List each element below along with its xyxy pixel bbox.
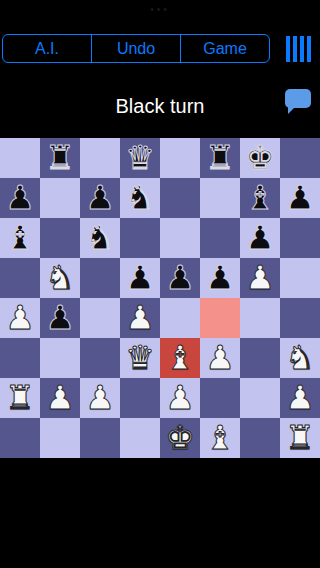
- turn-status-label: Black turn: [0, 95, 320, 118]
- square-d1[interactable]: [120, 418, 160, 458]
- square-a5[interactable]: [0, 258, 40, 298]
- square-h7[interactable]: ♟: [280, 178, 320, 218]
- piece-black-pawn: ♟: [85, 178, 115, 218]
- square-d6[interactable]: [120, 218, 160, 258]
- status-bar-remnant: •••: [0, 4, 320, 15]
- piece-white-pawn: ♟: [205, 338, 235, 378]
- piece-white-queen: ♛: [125, 338, 155, 378]
- square-c8[interactable]: [80, 138, 120, 178]
- chess-board: ♜♛♜♚♟♟♞♝♟♝♞♟♞♟♟♟♟♟♟♟♛♝♟♞♜♟♟♟♟♚♝♜: [0, 138, 320, 458]
- square-c1[interactable]: [80, 418, 120, 458]
- piece-white-pawn: ♟: [285, 378, 315, 418]
- square-h5[interactable]: [280, 258, 320, 298]
- square-c2[interactable]: ♟: [80, 378, 120, 418]
- square-g5[interactable]: ♟: [240, 258, 280, 298]
- piece-white-knight: ♞: [45, 258, 75, 298]
- square-a7[interactable]: ♟: [0, 178, 40, 218]
- square-f6[interactable]: [200, 218, 240, 258]
- square-a6[interactable]: ♝: [0, 218, 40, 258]
- square-e5[interactable]: ♟: [160, 258, 200, 298]
- square-e7[interactable]: [160, 178, 200, 218]
- square-h4[interactable]: [280, 298, 320, 338]
- square-f8[interactable]: ♜: [200, 138, 240, 178]
- piece-black-pawn: ♟: [45, 298, 75, 338]
- piece-black-king: ♚: [245, 138, 275, 178]
- piece-white-king: ♚: [165, 418, 195, 458]
- square-g8[interactable]: ♚: [240, 138, 280, 178]
- square-b7[interactable]: [40, 178, 80, 218]
- square-a4[interactable]: ♟: [0, 298, 40, 338]
- piece-black-pawn: ♟: [285, 178, 315, 218]
- square-d2[interactable]: [120, 378, 160, 418]
- square-b1[interactable]: [40, 418, 80, 458]
- piece-black-bishop: ♝: [245, 178, 275, 218]
- square-b6[interactable]: [40, 218, 80, 258]
- square-c4[interactable]: [80, 298, 120, 338]
- square-g7[interactable]: ♝: [240, 178, 280, 218]
- square-g2[interactable]: [240, 378, 280, 418]
- square-h2[interactable]: ♟: [280, 378, 320, 418]
- piece-black-knight: ♞: [125, 178, 155, 218]
- square-f3[interactable]: ♟: [200, 338, 240, 378]
- chess-app-screen: ••• A.I. Undo Game Black turn ♜♛♜♚♟♟♞♝♟♝…: [0, 0, 320, 568]
- square-f4[interactable]: [200, 298, 240, 338]
- piece-white-pawn: ♟: [85, 378, 115, 418]
- square-d4[interactable]: ♟: [120, 298, 160, 338]
- square-f7[interactable]: [200, 178, 240, 218]
- ai-button[interactable]: A.I.: [3, 35, 91, 62]
- piece-white-pawn: ♟: [245, 258, 275, 298]
- square-e1[interactable]: ♚: [160, 418, 200, 458]
- square-e6[interactable]: [160, 218, 200, 258]
- square-b5[interactable]: ♞: [40, 258, 80, 298]
- square-g1[interactable]: [240, 418, 280, 458]
- piece-white-pawn: ♟: [5, 298, 35, 338]
- toolbar-segmented-control: A.I. Undo Game: [2, 34, 270, 63]
- bar-4: [307, 36, 311, 62]
- piece-white-knight: ♞: [285, 338, 315, 378]
- square-b4[interactable]: ♟: [40, 298, 80, 338]
- bar-1: [286, 36, 290, 62]
- square-b8[interactable]: ♜: [40, 138, 80, 178]
- piece-white-pawn: ♟: [165, 378, 195, 418]
- menu-bars-icon[interactable]: [286, 36, 311, 62]
- piece-white-bishop: ♝: [205, 418, 235, 458]
- piece-white-pawn: ♟: [125, 298, 155, 338]
- square-e8[interactable]: [160, 138, 200, 178]
- chat-bubble-icon[interactable]: [285, 89, 311, 108]
- square-b3[interactable]: [40, 338, 80, 378]
- square-h1[interactable]: ♜: [280, 418, 320, 458]
- game-button[interactable]: Game: [180, 35, 269, 62]
- square-h8[interactable]: [280, 138, 320, 178]
- bar-3: [300, 36, 304, 62]
- square-e2[interactable]: ♟: [160, 378, 200, 418]
- square-g3[interactable]: [240, 338, 280, 378]
- square-d3[interactable]: ♛: [120, 338, 160, 378]
- square-a1[interactable]: [0, 418, 40, 458]
- piece-black-queen: ♛: [125, 138, 155, 178]
- square-f5[interactable]: ♟: [200, 258, 240, 298]
- undo-button[interactable]: Undo: [91, 35, 180, 62]
- square-a8[interactable]: [0, 138, 40, 178]
- square-h3[interactable]: ♞: [280, 338, 320, 378]
- square-a3[interactable]: [0, 338, 40, 378]
- square-c7[interactable]: ♟: [80, 178, 120, 218]
- piece-white-pawn: ♟: [45, 378, 75, 418]
- piece-white-rook: ♜: [5, 378, 35, 418]
- square-a2[interactable]: ♜: [0, 378, 40, 418]
- piece-black-pawn: ♟: [5, 178, 35, 218]
- piece-black-pawn: ♟: [245, 218, 275, 258]
- square-d5[interactable]: ♟: [120, 258, 160, 298]
- square-b2[interactable]: ♟: [40, 378, 80, 418]
- piece-black-pawn: ♟: [205, 258, 235, 298]
- square-c5[interactable]: [80, 258, 120, 298]
- square-e4[interactable]: [160, 298, 200, 338]
- piece-black-pawn: ♟: [125, 258, 155, 298]
- square-d8[interactable]: ♛: [120, 138, 160, 178]
- square-c6[interactable]: ♞: [80, 218, 120, 258]
- square-g6[interactable]: ♟: [240, 218, 280, 258]
- piece-white-rook: ♜: [285, 418, 315, 458]
- bar-2: [293, 36, 297, 62]
- piece-black-rook: ♜: [205, 138, 235, 178]
- square-e3[interactable]: ♝: [160, 338, 200, 378]
- square-d7[interactable]: ♞: [120, 178, 160, 218]
- square-f1[interactable]: ♝: [200, 418, 240, 458]
- square-h6[interactable]: [280, 218, 320, 258]
- piece-black-bishop: ♝: [5, 218, 35, 258]
- square-g4[interactable]: [240, 298, 280, 338]
- square-c3[interactable]: [80, 338, 120, 378]
- piece-black-pawn: ♟: [165, 258, 195, 298]
- square-f2[interactable]: [200, 378, 240, 418]
- piece-white-bishop: ♝: [165, 338, 195, 378]
- piece-black-rook: ♜: [45, 138, 75, 178]
- piece-black-knight: ♞: [85, 218, 115, 258]
